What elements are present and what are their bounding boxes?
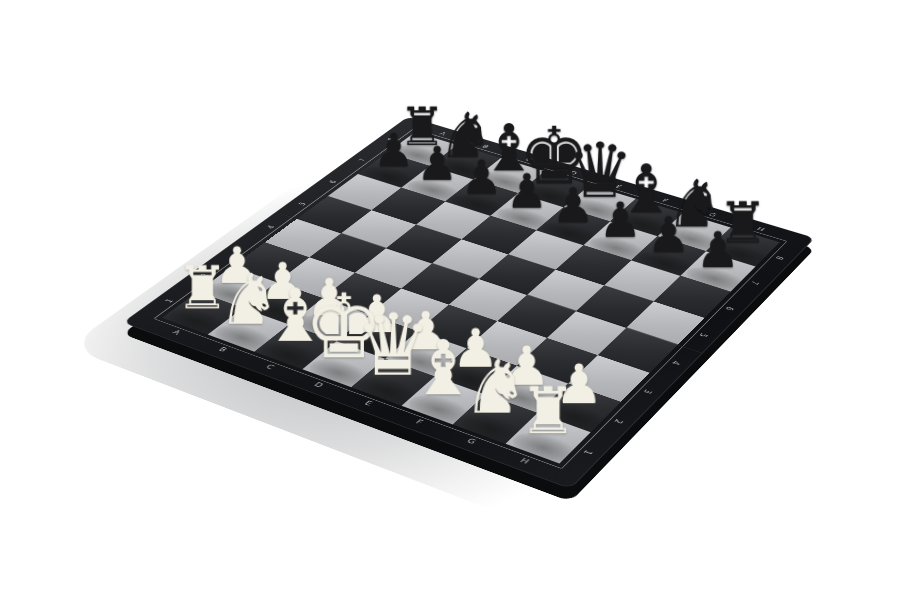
- chessboard: ♜♞♝♚♛♝♞♜♟♟♟♟♟♟♟♟♟♟♟♟♟♟♟♟♜♞♝♚♛♝♞♜ ABCDEFG…: [123, 116, 815, 489]
- piece-white-rook[interactable]: ♜: [484, 379, 613, 443]
- square-h7[interactable]: ♟: [680, 251, 755, 291]
- piece-black-pawn[interactable]: ♟: [660, 225, 775, 275]
- square-h5[interactable]: [626, 301, 704, 344]
- chess-set-photo: ♜♞♝♚♛♝♞♜♟♟♟♟♟♟♟♟♟♟♟♟♟♟♟♟♜♞♝♚♛♝♞♜ ABCDEFG…: [0, 0, 900, 598]
- square-h1[interactable]: ♜: [505, 413, 590, 463]
